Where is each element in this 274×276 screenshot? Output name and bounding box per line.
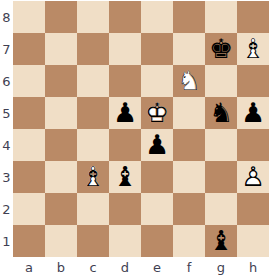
black-piece-glyph: ♝ bbox=[109, 161, 141, 193]
square-b2[interactable] bbox=[45, 193, 77, 225]
square-e6[interactable] bbox=[141, 65, 173, 97]
square-g8[interactable] bbox=[205, 1, 237, 33]
square-e2[interactable] bbox=[141, 193, 173, 225]
square-g5[interactable]: ♞ bbox=[205, 97, 237, 129]
square-h6[interactable] bbox=[237, 65, 269, 97]
square-g3[interactable] bbox=[205, 161, 237, 193]
square-g7[interactable]: ♚ bbox=[205, 33, 237, 65]
square-b6[interactable] bbox=[45, 65, 77, 97]
square-a1[interactable] bbox=[13, 225, 45, 257]
square-c7[interactable] bbox=[77, 33, 109, 65]
piece-bP-h5: ♟ bbox=[237, 97, 269, 129]
rank-label-3: 3 bbox=[0, 161, 13, 193]
square-f4[interactable] bbox=[173, 129, 205, 161]
piece-wN-f6: ♞♘ bbox=[173, 65, 205, 97]
file-label-c: c bbox=[77, 258, 109, 276]
rank-label-7: 7 bbox=[0, 33, 13, 65]
square-a4[interactable] bbox=[13, 129, 45, 161]
black-piece-glyph: ♟ bbox=[237, 97, 269, 129]
chess-board: ♚♝♗♞♘♟♚♔♞♟♟♝♗♝♟♙♝ bbox=[13, 1, 269, 257]
square-g2[interactable] bbox=[205, 193, 237, 225]
square-c8[interactable] bbox=[77, 1, 109, 33]
file-label-d: d bbox=[109, 258, 141, 276]
square-c5[interactable] bbox=[77, 97, 109, 129]
piece-bN-g5: ♞ bbox=[205, 97, 237, 129]
square-b7[interactable] bbox=[45, 33, 77, 65]
square-c3[interactable]: ♝♗ bbox=[77, 161, 109, 193]
square-e1[interactable] bbox=[141, 225, 173, 257]
rank-label-1: 1 bbox=[0, 225, 13, 257]
square-h4[interactable] bbox=[237, 129, 269, 161]
square-d5[interactable]: ♟ bbox=[109, 97, 141, 129]
square-g1[interactable]: ♝ bbox=[205, 225, 237, 257]
piece-bB-d3: ♝ bbox=[109, 161, 141, 193]
piece-bP-e4: ♟ bbox=[141, 129, 173, 161]
square-e5[interactable]: ♚♔ bbox=[141, 97, 173, 129]
square-a7[interactable] bbox=[13, 33, 45, 65]
square-c4[interactable] bbox=[77, 129, 109, 161]
black-piece-glyph: ♚ bbox=[205, 33, 237, 65]
rank-label-2: 2 bbox=[0, 193, 13, 225]
square-g4[interactable] bbox=[205, 129, 237, 161]
square-e4[interactable]: ♟ bbox=[141, 129, 173, 161]
file-label-h: h bbox=[237, 258, 269, 276]
square-b3[interactable] bbox=[45, 161, 77, 193]
white-piece-outline: ♘ bbox=[173, 65, 205, 97]
square-a2[interactable] bbox=[13, 193, 45, 225]
square-d7[interactable] bbox=[109, 33, 141, 65]
square-h3[interactable]: ♟♙ bbox=[237, 161, 269, 193]
black-piece-glyph: ♟ bbox=[141, 129, 173, 161]
square-d4[interactable] bbox=[109, 129, 141, 161]
square-a3[interactable] bbox=[13, 161, 45, 193]
piece-wB-h7: ♝♗ bbox=[237, 33, 269, 65]
square-h5[interactable]: ♟ bbox=[237, 97, 269, 129]
square-h2[interactable] bbox=[237, 193, 269, 225]
rank-label-6: 6 bbox=[0, 65, 13, 97]
black-piece-glyph: ♞ bbox=[205, 97, 237, 129]
piece-wB-c3: ♝♗ bbox=[77, 161, 109, 193]
square-f2[interactable] bbox=[173, 193, 205, 225]
square-f8[interactable] bbox=[173, 1, 205, 33]
square-d8[interactable] bbox=[109, 1, 141, 33]
square-b1[interactable] bbox=[45, 225, 77, 257]
square-h8[interactable] bbox=[237, 1, 269, 33]
black-piece-glyph: ♝ bbox=[205, 225, 237, 257]
piece-bP-d5: ♟ bbox=[109, 97, 141, 129]
square-b4[interactable] bbox=[45, 129, 77, 161]
square-d2[interactable] bbox=[109, 193, 141, 225]
file-label-g: g bbox=[205, 258, 237, 276]
square-d3[interactable]: ♝ bbox=[109, 161, 141, 193]
square-c6[interactable] bbox=[77, 65, 109, 97]
square-a5[interactable] bbox=[13, 97, 45, 129]
rank-labels: 87654321 bbox=[0, 1, 13, 257]
white-piece-outline: ♗ bbox=[77, 161, 109, 193]
piece-bB-g1: ♝ bbox=[205, 225, 237, 257]
file-label-e: e bbox=[141, 258, 173, 276]
square-a6[interactable] bbox=[13, 65, 45, 97]
square-c1[interactable] bbox=[77, 225, 109, 257]
file-label-b: b bbox=[45, 258, 77, 276]
rank-label-4: 4 bbox=[0, 129, 13, 161]
file-label-a: a bbox=[13, 258, 45, 276]
square-d6[interactable] bbox=[109, 65, 141, 97]
square-e3[interactable] bbox=[141, 161, 173, 193]
piece-wK-e5: ♚♔ bbox=[141, 97, 173, 129]
file-label-f: f bbox=[173, 258, 205, 276]
white-piece-outline: ♔ bbox=[141, 97, 173, 129]
square-g6[interactable] bbox=[205, 65, 237, 97]
chess-diagram: 87654321 ♚♝♗♞♘♟♚♔♞♟♟♝♗♝♟♙♝ abcdefgh bbox=[0, 0, 274, 276]
square-f7[interactable] bbox=[173, 33, 205, 65]
square-f1[interactable] bbox=[173, 225, 205, 257]
square-e8[interactable] bbox=[141, 1, 173, 33]
square-c2[interactable] bbox=[77, 193, 109, 225]
square-b5[interactable] bbox=[45, 97, 77, 129]
square-b8[interactable] bbox=[45, 1, 77, 33]
square-h1[interactable] bbox=[237, 225, 269, 257]
square-f3[interactable] bbox=[173, 161, 205, 193]
rank-label-8: 8 bbox=[0, 1, 13, 33]
square-e7[interactable] bbox=[141, 33, 173, 65]
white-piece-outline: ♙ bbox=[237, 161, 269, 193]
square-d1[interactable] bbox=[109, 225, 141, 257]
file-labels: abcdefgh bbox=[13, 258, 269, 276]
piece-bK-g7: ♚ bbox=[205, 33, 237, 65]
square-f6[interactable]: ♞♘ bbox=[173, 65, 205, 97]
rank-label-5: 5 bbox=[0, 97, 13, 129]
black-piece-glyph: ♟ bbox=[109, 97, 141, 129]
square-h7[interactable]: ♝♗ bbox=[237, 33, 269, 65]
piece-wP-h3: ♟♙ bbox=[237, 161, 269, 193]
square-a8[interactable] bbox=[13, 1, 45, 33]
square-f5[interactable] bbox=[173, 97, 205, 129]
white-piece-outline: ♗ bbox=[237, 33, 269, 65]
